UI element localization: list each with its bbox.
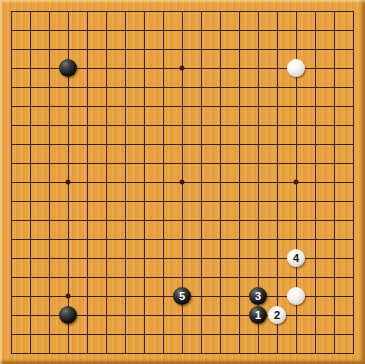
stone-black-move-5: 5 <box>173 287 191 305</box>
stone-white-move-4: 4 <box>287 249 305 267</box>
stone-black-move-1: 1 <box>249 306 267 324</box>
stone-move-number: 1 <box>255 310 261 321</box>
stone-move-number: 2 <box>274 310 280 321</box>
stone-black-d16 <box>59 59 77 77</box>
stone-move-number: 3 <box>255 291 261 302</box>
stone-white-move-2: 2 <box>268 306 286 324</box>
stone-move-number: 5 <box>179 291 185 302</box>
stone-black-move-3: 3 <box>249 287 267 305</box>
stone-black-d3 <box>59 306 77 324</box>
stone-white-q4 <box>287 287 305 305</box>
stone-move-number: 4 <box>293 253 299 264</box>
go-board[interactable]: 12345 <box>0 0 365 364</box>
go-board-grid: 12345 <box>2 2 363 363</box>
stone-white-q16 <box>287 59 305 77</box>
